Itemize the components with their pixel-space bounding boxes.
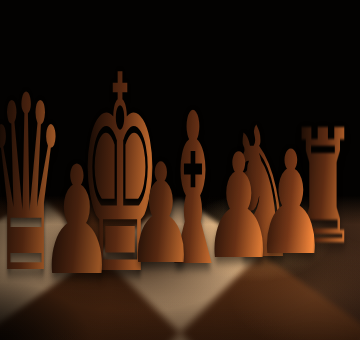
- piece-pawn-d: ♟: [255, 132, 327, 275]
- piece-pawn-b: ♟: [126, 146, 195, 284]
- chess-photo-scene: ♛♟♚♟♝♟♞♟♜: [0, 0, 360, 340]
- piece-pawn-a: ♟: [39, 146, 114, 296]
- pieces-layer: ♛♟♚♟♝♟♞♟♜: [0, 0, 360, 340]
